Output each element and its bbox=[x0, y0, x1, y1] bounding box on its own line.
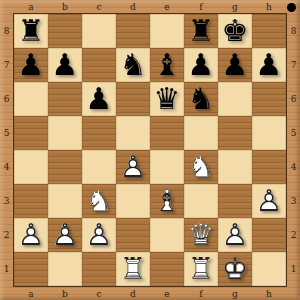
file-label-e: e bbox=[150, 287, 184, 300]
square-b7[interactable]: ♟ bbox=[48, 48, 82, 82]
file-label-e: e bbox=[150, 0, 184, 13]
rank-label-7: 7 bbox=[0, 48, 13, 82]
piece-white-pawn[interactable]: ♟♙ bbox=[116, 150, 150, 184]
square-d8[interactable] bbox=[116, 14, 150, 48]
piece-black-queen[interactable]: ♛ bbox=[150, 82, 184, 116]
square-a4[interactable] bbox=[14, 150, 48, 184]
rank-label-4: 4 bbox=[287, 150, 300, 184]
piece-black-pawn[interactable]: ♟ bbox=[82, 82, 116, 116]
square-d2[interactable] bbox=[116, 218, 150, 252]
piece-white-king[interactable]: ♚♔ bbox=[218, 252, 252, 286]
square-h5[interactable] bbox=[252, 116, 286, 150]
file-label-d: d bbox=[116, 0, 150, 13]
square-f1[interactable]: ♜♖ bbox=[184, 252, 218, 286]
square-a3[interactable] bbox=[14, 184, 48, 218]
file-label-d: d bbox=[116, 287, 150, 300]
piece-white-queen[interactable]: ♛♕ bbox=[184, 218, 218, 252]
piece-black-king[interactable]: ♚ bbox=[218, 14, 252, 48]
rank-label-7: 7 bbox=[287, 48, 300, 82]
file-label-c: c bbox=[82, 287, 116, 300]
rank-label-6: 6 bbox=[0, 82, 13, 116]
square-g3[interactable] bbox=[218, 184, 252, 218]
square-c2[interactable]: ♟♙ bbox=[82, 218, 116, 252]
square-f2[interactable]: ♛♕ bbox=[184, 218, 218, 252]
square-b6[interactable] bbox=[48, 82, 82, 116]
file-label-b: b bbox=[48, 287, 82, 300]
square-h6[interactable] bbox=[252, 82, 286, 116]
square-a2[interactable]: ♟♙ bbox=[14, 218, 48, 252]
file-label-g: g bbox=[218, 0, 252, 13]
file-label-b: b bbox=[48, 0, 82, 13]
piece-black-pawn[interactable]: ♟ bbox=[14, 48, 48, 82]
square-e8[interactable] bbox=[150, 14, 184, 48]
square-b5[interactable] bbox=[48, 116, 82, 150]
square-d7[interactable]: ♞ bbox=[116, 48, 150, 82]
square-a7[interactable]: ♟ bbox=[14, 48, 48, 82]
rank-label-6: 6 bbox=[287, 82, 300, 116]
square-h3[interactable]: ♟♙ bbox=[252, 184, 286, 218]
file-label-c: c bbox=[82, 0, 116, 13]
square-b8[interactable] bbox=[48, 14, 82, 48]
square-g1[interactable]: ♚♔ bbox=[218, 252, 252, 286]
piece-white-pawn[interactable]: ♟♙ bbox=[14, 218, 48, 252]
square-c4[interactable] bbox=[82, 150, 116, 184]
square-e2[interactable] bbox=[150, 218, 184, 252]
chess-board: ♜♜♚♟♟♞♝♟♟♟♟♛♞♟♙♞♘♞♘♝♗♟♙♟♙♟♙♟♙♛♕♟♙♜♖♜♖♚♔ bbox=[13, 13, 287, 287]
rank-label-5: 5 bbox=[287, 116, 300, 150]
piece-white-rook[interactable]: ♜♖ bbox=[184, 252, 218, 286]
piece-black-knight[interactable]: ♞ bbox=[184, 82, 218, 116]
square-c7[interactable] bbox=[82, 48, 116, 82]
square-d1[interactable]: ♜♖ bbox=[116, 252, 150, 286]
square-g8[interactable]: ♚ bbox=[218, 14, 252, 48]
rank-label-2: 2 bbox=[287, 218, 300, 252]
rank-label-8: 8 bbox=[287, 14, 300, 48]
piece-black-pawn[interactable]: ♟ bbox=[252, 48, 286, 82]
square-g2[interactable]: ♟♙ bbox=[218, 218, 252, 252]
square-f4[interactable]: ♞♘ bbox=[184, 150, 218, 184]
square-g6[interactable] bbox=[218, 82, 252, 116]
piece-black-pawn[interactable]: ♟ bbox=[48, 48, 82, 82]
rank-label-3: 3 bbox=[287, 184, 300, 218]
file-label-a: a bbox=[14, 287, 48, 300]
square-b2[interactable]: ♟♙ bbox=[48, 218, 82, 252]
rank-label-2: 2 bbox=[0, 218, 13, 252]
square-h8[interactable] bbox=[252, 14, 286, 48]
file-label-h: h bbox=[252, 287, 286, 300]
square-c8[interactable] bbox=[82, 14, 116, 48]
square-a6[interactable] bbox=[14, 82, 48, 116]
piece-white-pawn[interactable]: ♟♙ bbox=[252, 184, 286, 218]
square-d5[interactable] bbox=[116, 116, 150, 150]
file-labels-top: abcdefgh bbox=[14, 0, 286, 13]
file-labels-bottom: abcdefgh bbox=[14, 287, 286, 300]
square-d4[interactable]: ♟♙ bbox=[116, 150, 150, 184]
square-g7[interactable]: ♟ bbox=[218, 48, 252, 82]
rank-label-1: 1 bbox=[0, 252, 13, 286]
square-h4[interactable] bbox=[252, 150, 286, 184]
piece-white-pawn[interactable]: ♟♙ bbox=[48, 218, 82, 252]
square-a1[interactable] bbox=[14, 252, 48, 286]
square-e4[interactable] bbox=[150, 150, 184, 184]
square-c3[interactable]: ♞♘ bbox=[82, 184, 116, 218]
square-e7[interactable]: ♝ bbox=[150, 48, 184, 82]
square-a5[interactable] bbox=[14, 116, 48, 150]
piece-white-pawn[interactable]: ♟♙ bbox=[218, 218, 252, 252]
piece-white-rook[interactable]: ♜♖ bbox=[116, 252, 150, 286]
piece-white-pawn[interactable]: ♟♙ bbox=[82, 218, 116, 252]
square-f8[interactable]: ♜ bbox=[184, 14, 218, 48]
square-d3[interactable] bbox=[116, 184, 150, 218]
square-h2[interactable] bbox=[252, 218, 286, 252]
black-to-move-indicator bbox=[287, 3, 296, 12]
square-e1[interactable] bbox=[150, 252, 184, 286]
piece-white-bishop[interactable]: ♝♗ bbox=[150, 184, 184, 218]
piece-white-knight[interactable]: ♞♘ bbox=[184, 150, 218, 184]
square-g5[interactable] bbox=[218, 116, 252, 150]
square-h1[interactable] bbox=[252, 252, 286, 286]
square-e6[interactable]: ♛ bbox=[150, 82, 184, 116]
rank-label-4: 4 bbox=[0, 150, 13, 184]
square-b1[interactable] bbox=[48, 252, 82, 286]
rank-label-8: 8 bbox=[0, 14, 13, 48]
file-label-f: f bbox=[184, 287, 218, 300]
square-c1[interactable] bbox=[82, 252, 116, 286]
rank-label-5: 5 bbox=[0, 116, 13, 150]
piece-white-knight[interactable]: ♞♘ bbox=[82, 184, 116, 218]
square-h7[interactable]: ♟ bbox=[252, 48, 286, 82]
square-b4[interactable] bbox=[48, 150, 82, 184]
piece-black-knight[interactable]: ♞ bbox=[116, 48, 150, 82]
square-e3[interactable]: ♝♗ bbox=[150, 184, 184, 218]
square-b3[interactable] bbox=[48, 184, 82, 218]
rank-labels-right: 87654321 bbox=[287, 14, 300, 286]
piece-black-rook[interactable]: ♜ bbox=[14, 14, 48, 48]
rank-label-3: 3 bbox=[0, 184, 13, 218]
file-label-a: a bbox=[14, 0, 48, 13]
square-f5[interactable] bbox=[184, 116, 218, 150]
rank-labels-left: 87654321 bbox=[0, 14, 13, 286]
piece-black-pawn[interactable]: ♟ bbox=[218, 48, 252, 82]
piece-black-rook[interactable]: ♜ bbox=[184, 14, 218, 48]
piece-black-pawn[interactable]: ♟ bbox=[184, 48, 218, 82]
square-c5[interactable] bbox=[82, 116, 116, 150]
square-g4[interactable] bbox=[218, 150, 252, 184]
file-label-h: h bbox=[252, 0, 286, 13]
piece-black-bishop[interactable]: ♝ bbox=[150, 48, 184, 82]
rank-label-1: 1 bbox=[287, 252, 300, 286]
chess-board-frame: abcdefgh abcdefgh 87654321 87654321 ♜♜♚♟… bbox=[0, 0, 300, 300]
square-f3[interactable] bbox=[184, 184, 218, 218]
square-f6[interactable]: ♞ bbox=[184, 82, 218, 116]
file-label-f: f bbox=[184, 0, 218, 13]
file-label-g: g bbox=[218, 287, 252, 300]
square-e5[interactable] bbox=[150, 116, 184, 150]
square-d6[interactable] bbox=[116, 82, 150, 116]
square-c6[interactable]: ♟ bbox=[82, 82, 116, 116]
square-a8[interactable]: ♜ bbox=[14, 14, 48, 48]
square-f7[interactable]: ♟ bbox=[184, 48, 218, 82]
